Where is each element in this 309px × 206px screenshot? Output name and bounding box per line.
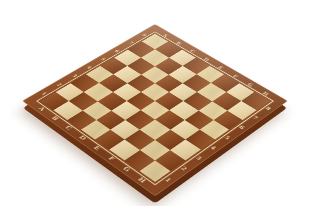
perspective-container: ABCDEFGH ABCDEFGH 87654321 87654321 — [0, 0, 309, 206]
board-frame: ABCDEFGH ABCDEFGH 87654321 87654321 — [22, 24, 288, 196]
board-grid — [40, 34, 269, 182]
chess-board: ABCDEFGH ABCDEFGH 87654321 87654321 — [22, 24, 288, 196]
photo-background: ABCDEFGH ABCDEFGH 87654321 87654321 — [0, 0, 309, 206]
